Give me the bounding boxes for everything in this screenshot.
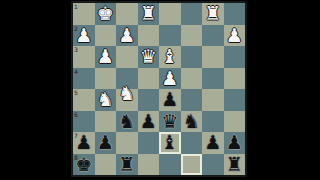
square-g6[interactable] (202, 111, 224, 133)
square-e7[interactable]: ♝ (159, 132, 181, 154)
piece-white-pawn-b3[interactable]: ♟ (95, 46, 117, 68)
square-c6[interactable]: ♞ (116, 111, 138, 133)
square-a7[interactable]: 7♟ (73, 132, 95, 154)
square-g1[interactable]: ♜ (202, 3, 224, 25)
square-a6[interactable]: 6 (73, 111, 95, 133)
square-d5[interactable] (138, 89, 160, 111)
square-h6[interactable] (224, 111, 246, 133)
screen: { "game": "chess", "position": "k1r4r/pp… (0, 0, 320, 180)
piece-black-pawn-a7[interactable]: ♟ (73, 132, 95, 154)
square-f8[interactable] (181, 154, 203, 176)
square-a8[interactable]: 8♚ (73, 154, 95, 176)
square-g8[interactable] (202, 154, 224, 176)
square-f3[interactable] (181, 46, 203, 68)
square-b1[interactable]: ♚ (95, 3, 117, 25)
piece-black-king-a8[interactable]: ♚ (73, 154, 95, 176)
square-g7[interactable]: ♟ (202, 132, 224, 154)
square-d1[interactable]: ♜ (138, 3, 160, 25)
square-b8[interactable] (95, 154, 117, 176)
square-b5[interactable]: ♞ (95, 89, 117, 111)
square-h3[interactable] (224, 46, 246, 68)
square-b7[interactable]: ♟ (95, 132, 117, 154)
square-d6[interactable]: ♟ (138, 111, 160, 133)
square-h2[interactable]: ♟ (224, 25, 246, 47)
square-e8[interactable] (159, 154, 181, 176)
piece-white-king-b1[interactable]: ♚ (95, 3, 117, 25)
square-e5[interactable]: ♟ (159, 89, 181, 111)
square-d8[interactable] (138, 154, 160, 176)
piece-white-knight-c5[interactable]: ♞ (116, 83, 138, 105)
square-e4[interactable]: ♟ (159, 68, 181, 90)
square-d3[interactable]: ♛ (138, 46, 160, 68)
square-f1[interactable] (181, 3, 203, 25)
rank-label-3: 3 (74, 46, 78, 53)
square-d7[interactable] (138, 132, 160, 154)
piece-white-pawn-h2[interactable]: ♟ (224, 25, 246, 47)
piece-black-pawn-g7[interactable]: ♟ (202, 132, 224, 154)
square-g4[interactable] (202, 68, 224, 90)
square-b4[interactable] (95, 68, 117, 90)
piece-white-bishop-e3[interactable]: ♝ (159, 46, 181, 68)
square-f4[interactable] (181, 68, 203, 90)
rank-label-6: 6 (74, 111, 78, 118)
square-f5[interactable] (181, 89, 203, 111)
square-e3[interactable]: ♝ (159, 46, 181, 68)
square-g5[interactable] (202, 89, 224, 111)
square-f2[interactable] (181, 25, 203, 47)
square-e1[interactable] (159, 3, 181, 25)
square-c8[interactable]: ♜ (116, 154, 138, 176)
square-f7[interactable] (181, 132, 203, 154)
square-h8[interactable]: ♜ (224, 154, 246, 176)
piece-black-bishop-e7[interactable]: ♝ (159, 132, 181, 154)
square-g3[interactable] (202, 46, 224, 68)
square-h5[interactable] (224, 89, 246, 111)
square-c3[interactable] (116, 46, 138, 68)
piece-black-pawn-b7[interactable]: ♟ (95, 132, 117, 154)
piece-white-pawn-a2[interactable]: ♟ (73, 25, 95, 47)
square-c1[interactable] (116, 3, 138, 25)
square-e2[interactable] (159, 25, 181, 47)
square-c5[interactable]: ♞ (116, 89, 138, 111)
square-b2[interactable] (95, 25, 117, 47)
square-c2[interactable]: ♟ (116, 25, 138, 47)
piece-black-pawn-d6[interactable]: ♟ (138, 111, 160, 133)
square-b6[interactable] (95, 111, 117, 133)
piece-white-rook-g1[interactable]: ♜ (202, 3, 224, 25)
rank-label-5: 5 (74, 89, 78, 96)
square-c7[interactable] (116, 132, 138, 154)
piece-white-pawn-e4[interactable]: ♟ (159, 68, 181, 90)
square-a4[interactable]: 4 (73, 68, 95, 90)
chess-board[interactable]: 1♚♜♜2♟♟♟3♟♛♝4♟5♞♞♟6♞♟♛♞7♟♟♝♟♟8♚♜♜ (71, 1, 247, 177)
rank-label-1: 1 (74, 3, 78, 10)
square-h7[interactable]: ♟ (224, 132, 246, 154)
square-h1[interactable] (224, 3, 246, 25)
square-f6[interactable]: ♞ (181, 111, 203, 133)
piece-white-rook-d1[interactable]: ♜ (138, 3, 160, 25)
square-g2[interactable] (202, 25, 224, 47)
square-b3[interactable]: ♟ (95, 46, 117, 68)
square-a2[interactable]: 2♟ (73, 25, 95, 47)
piece-black-pawn-h7[interactable]: ♟ (224, 132, 246, 154)
piece-black-rook-c8[interactable]: ♜ (116, 154, 138, 176)
rank-label-4: 4 (74, 68, 78, 75)
piece-black-rook-h8[interactable]: ♜ (224, 154, 246, 176)
square-a3[interactable]: 3 (73, 46, 95, 68)
square-a1[interactable]: 1 (73, 3, 95, 25)
piece-black-knight-c6[interactable]: ♞ (116, 111, 138, 133)
piece-white-pawn-c2[interactable]: ♟ (116, 25, 138, 47)
square-e6[interactable]: ♛ (159, 111, 181, 133)
piece-black-knight-f6[interactable]: ♞ (181, 111, 203, 133)
piece-white-knight-b5[interactable]: ♞ (95, 89, 117, 111)
square-d4[interactable] (138, 68, 160, 90)
square-d2[interactable] (138, 25, 160, 47)
piece-black-queen-e6[interactable]: ♛ (159, 111, 181, 133)
piece-white-queen-d3[interactable]: ♛ (138, 46, 160, 68)
square-a5[interactable]: 5 (73, 89, 95, 111)
piece-black-pawn-e5[interactable]: ♟ (159, 89, 181, 111)
square-h4[interactable] (224, 68, 246, 90)
